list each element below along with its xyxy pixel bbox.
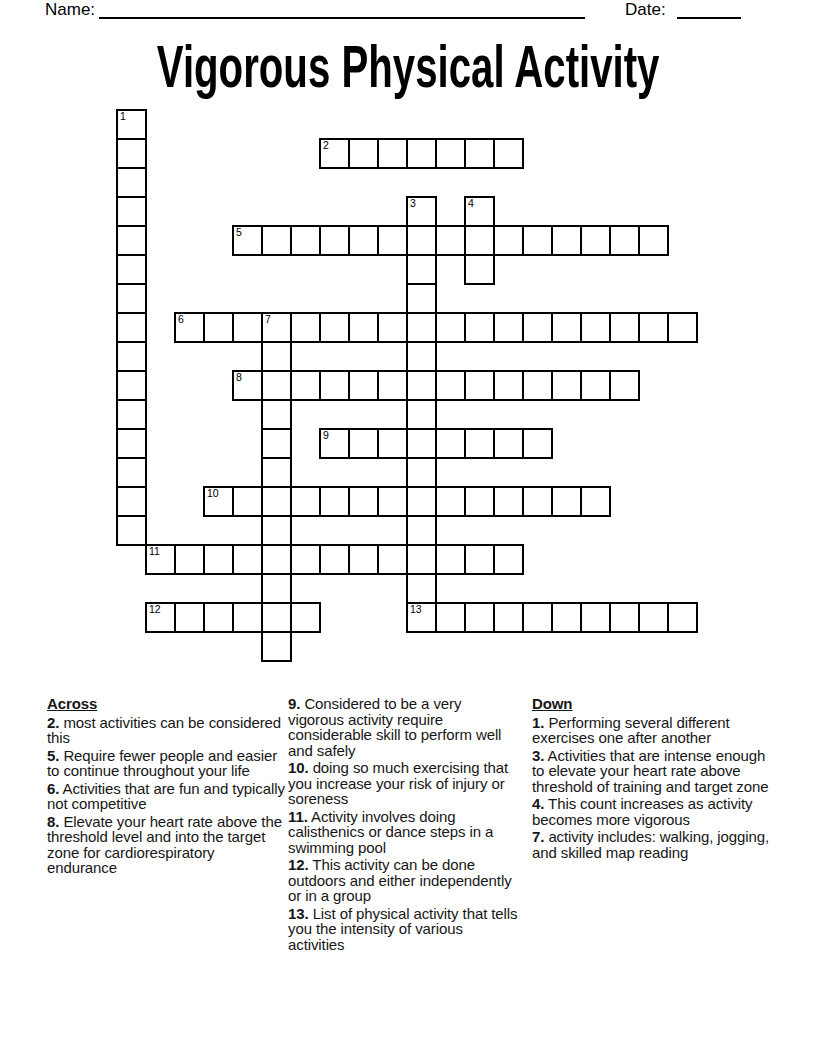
clue-item: 8. Elevate your heart rate above the thr… <box>47 814 285 876</box>
crossword-cell[interactable] <box>609 370 640 401</box>
crossword-cell[interactable] <box>638 225 669 256</box>
crossword-cell[interactable] <box>377 486 408 517</box>
crossword-cell[interactable] <box>261 515 292 546</box>
crossword-cell[interactable] <box>261 370 292 401</box>
clue-item: 4. This count increases as activity beco… <box>532 796 772 827</box>
name-label: Name: <box>45 1 95 19</box>
crossword-cell[interactable] <box>609 225 640 256</box>
crossword-cell[interactable] <box>406 138 437 169</box>
crossword-cell[interactable] <box>464 486 495 517</box>
crossword-cell[interactable]: 2 <box>319 138 350 169</box>
clue-number: 6 <box>178 314 184 325</box>
crossword-cell[interactable] <box>464 544 495 575</box>
crossword-cell[interactable] <box>116 283 147 314</box>
crossword-cell[interactable]: 5 <box>232 225 263 256</box>
crossword-cell[interactable] <box>232 486 263 517</box>
clue-item-number: 6. <box>47 780 59 797</box>
crossword-cell[interactable] <box>406 544 437 575</box>
clue-number: 4 <box>468 198 474 209</box>
crossword-cell[interactable] <box>406 225 437 256</box>
crossword-cell[interactable] <box>406 341 437 372</box>
clue-item-number: 10. <box>288 759 309 776</box>
crossword-cell[interactable] <box>551 486 582 517</box>
clue-item-number: 7. <box>532 828 544 845</box>
worksheet-title-text: Vigorous Physical Activity <box>157 33 660 100</box>
crossword-cell[interactable] <box>116 196 147 227</box>
crossword-cell[interactable] <box>261 428 292 459</box>
crossword-grid: 12313456789101112 <box>117 110 698 662</box>
crossword-cell[interactable] <box>348 428 379 459</box>
crossword-cell[interactable] <box>435 225 466 256</box>
crossword-cell[interactable] <box>319 312 350 343</box>
crossword-cell[interactable] <box>261 631 292 662</box>
crossword-cell[interactable] <box>638 312 669 343</box>
crossword-cell[interactable] <box>348 138 379 169</box>
name-blank-line <box>99 0 585 19</box>
clue-number: 12 <box>149 604 161 615</box>
crossword-cell[interactable] <box>377 138 408 169</box>
clue-number: 1 <box>120 111 126 122</box>
crossword-cell[interactable]: 4 <box>464 196 495 227</box>
crossword-cell[interactable] <box>435 602 466 633</box>
crossword-cell[interactable] <box>319 370 350 401</box>
crossword-cell[interactable] <box>116 428 147 459</box>
crossword-cell[interactable] <box>551 602 582 633</box>
crossword-cell[interactable] <box>435 428 466 459</box>
crossword-cell[interactable] <box>203 312 234 343</box>
across-clues-column: Across 2. most activities can be conside… <box>47 696 285 878</box>
crossword-cell[interactable] <box>406 312 437 343</box>
crossword-cell[interactable] <box>580 312 611 343</box>
crossword-cell[interactable] <box>493 312 524 343</box>
clue-item: 2. most activities can be considered thi… <box>47 715 285 746</box>
crossword-cell[interactable]: 13 <box>406 602 437 633</box>
crossword-cell[interactable] <box>406 254 437 285</box>
crossword-cell[interactable] <box>406 283 437 314</box>
clue-item: 7. activity includes: walking, jogging, … <box>532 829 772 860</box>
crossword-cell[interactable] <box>261 602 292 633</box>
crossword-cell[interactable] <box>261 457 292 488</box>
crossword-cell[interactable] <box>319 225 350 256</box>
clue-item-number: 1. <box>532 714 544 731</box>
across-clues-column-continued: 9. Considered to be a very vigorous acti… <box>288 696 520 954</box>
clue-item-number: 2. <box>47 714 59 731</box>
crossword-cell[interactable] <box>174 602 205 633</box>
crossword-cell[interactable]: 10 <box>203 486 234 517</box>
down-header: Down <box>532 696 772 712</box>
crossword-cell[interactable] <box>406 428 437 459</box>
crossword-cell[interactable]: 1 <box>116 109 147 140</box>
clue-number: 10 <box>207 488 219 499</box>
clue-item: 10. doing so much exercising that you in… <box>288 760 520 807</box>
clue-item: 1. Performing several different exercise… <box>532 715 772 746</box>
clue-item-number: 9. <box>288 695 300 712</box>
crossword-cell[interactable] <box>551 370 582 401</box>
crossword-cell[interactable] <box>116 312 147 343</box>
clue-item: 6. Activities that are fun and typically… <box>47 781 285 812</box>
clue-item-number: 4. <box>532 795 544 812</box>
crossword-cell[interactable] <box>174 544 205 575</box>
crossword-cell[interactable] <box>116 370 147 401</box>
across-header: Across <box>47 696 285 712</box>
crossword-cell[interactable] <box>609 312 640 343</box>
crossword-cell[interactable] <box>580 225 611 256</box>
crossword-cell[interactable] <box>377 312 408 343</box>
crossword-cell[interactable] <box>348 370 379 401</box>
crossword-cell[interactable] <box>435 138 466 169</box>
crossword-cell[interactable] <box>522 312 553 343</box>
crossword-cell[interactable] <box>493 138 524 169</box>
clue-number: 7 <box>265 314 271 325</box>
crossword-cell[interactable] <box>290 370 321 401</box>
crossword-cell[interactable]: 6 <box>174 312 205 343</box>
crossword-cell[interactable] <box>406 370 437 401</box>
crossword-cell[interactable] <box>116 457 147 488</box>
clue-item: 12. This activity can be done outdoors a… <box>288 857 520 904</box>
crossword-cell[interactable] <box>464 138 495 169</box>
crossword-cell[interactable] <box>435 544 466 575</box>
crossword-cell[interactable] <box>116 254 147 285</box>
crossword-cell[interactable] <box>435 486 466 517</box>
clue-number: 2 <box>323 140 329 151</box>
crossword-cell[interactable] <box>406 573 437 604</box>
crossword-cell[interactable] <box>348 544 379 575</box>
crossword-cell[interactable] <box>464 254 495 285</box>
crossword-cell[interactable] <box>522 428 553 459</box>
date-blank-line <box>677 0 741 19</box>
crossword-cell[interactable] <box>377 370 408 401</box>
down-clues-column: Down 1. Performing several different exe… <box>532 696 772 862</box>
crossword-cell[interactable] <box>116 399 147 430</box>
crossword-cell[interactable] <box>116 225 147 256</box>
crossword-cell[interactable] <box>116 486 147 517</box>
crossword-cell[interactable] <box>667 312 698 343</box>
crossword-cell[interactable] <box>377 544 408 575</box>
crossword-cell[interactable] <box>348 225 379 256</box>
crossword-cell[interactable] <box>377 225 408 256</box>
crossword-cell[interactable]: 9 <box>319 428 350 459</box>
crossword-cell[interactable] <box>232 312 263 343</box>
clue-item-number: 13. <box>288 905 309 922</box>
crossword-cell[interactable] <box>290 544 321 575</box>
clue-number: 13 <box>410 604 422 615</box>
clue-item-number: 8. <box>47 813 59 830</box>
crossword-cell[interactable] <box>580 370 611 401</box>
clue-item: 3. Activities that are intense enough to… <box>532 748 772 795</box>
crossword-cell[interactable] <box>580 486 611 517</box>
crossword-cell[interactable]: 7 <box>261 312 292 343</box>
crossword-cell[interactable] <box>522 225 553 256</box>
crossword-cell[interactable] <box>232 544 263 575</box>
crossword-cell[interactable] <box>406 399 437 430</box>
crossword-cell[interactable] <box>261 399 292 430</box>
crossword-cell[interactable] <box>522 370 553 401</box>
crossword-cell[interactable] <box>493 428 524 459</box>
crossword-cell[interactable] <box>493 370 524 401</box>
crossword-cell[interactable] <box>522 602 553 633</box>
clue-item-number: 12. <box>288 856 309 873</box>
clue-number: 11 <box>149 546 160 557</box>
crossword-cell[interactable] <box>464 370 495 401</box>
crossword-cell[interactable] <box>290 486 321 517</box>
crossword-cell[interactable] <box>638 602 669 633</box>
clue-number: 3 <box>410 198 416 209</box>
crossword-cell[interactable] <box>493 602 524 633</box>
worksheet-title: Vigorous Physical Activity <box>0 33 816 100</box>
crossword-cell[interactable] <box>464 312 495 343</box>
crossword-cell[interactable] <box>116 167 147 198</box>
date-label: Date: <box>625 1 666 19</box>
crossword-cell[interactable] <box>609 602 640 633</box>
crossword-cell[interactable] <box>406 515 437 546</box>
clue-item: 13. List of physical activity that tells… <box>288 906 520 953</box>
clue-item-number: 5. <box>47 747 59 764</box>
clue-number: 9 <box>323 430 329 441</box>
crossword-cell[interactable] <box>493 544 524 575</box>
crossword-cell[interactable] <box>290 225 321 256</box>
crossword-cell[interactable]: 8 <box>232 370 263 401</box>
crossword-cell[interactable] <box>348 486 379 517</box>
crossword-cell[interactable] <box>377 428 408 459</box>
crossword-cell[interactable] <box>667 602 698 633</box>
clue-item: 5. Require fewer people and easier to co… <box>47 748 285 779</box>
clue-item: 11. Activity involves doing calisthenics… <box>288 809 520 856</box>
crossword-cell[interactable] <box>261 544 292 575</box>
crossword-cell[interactable] <box>435 312 466 343</box>
crossword-cell[interactable] <box>290 312 321 343</box>
crossword-cell[interactable] <box>319 544 350 575</box>
crossword-cell[interactable] <box>319 486 350 517</box>
crossword-cell[interactable] <box>435 370 466 401</box>
crossword-cell[interactable] <box>261 225 292 256</box>
crossword-cell[interactable] <box>464 225 495 256</box>
crossword-cell[interactable] <box>203 544 234 575</box>
crossword-cell[interactable] <box>348 312 379 343</box>
crossword-cell[interactable] <box>116 341 147 372</box>
crossword-cell[interactable] <box>464 428 495 459</box>
crossword-cell[interactable]: 12 <box>145 602 176 633</box>
clue-item-number: 11. <box>288 808 308 825</box>
crossword-cell[interactable] <box>406 457 437 488</box>
crossword-cell[interactable] <box>232 602 263 633</box>
crossword-cell[interactable] <box>464 602 495 633</box>
crossword-cell[interactable] <box>116 138 147 169</box>
crossword-cell[interactable] <box>522 486 553 517</box>
crossword-cell[interactable] <box>493 486 524 517</box>
crossword-cell[interactable] <box>551 225 582 256</box>
crossword-cell[interactable] <box>290 602 321 633</box>
crossword-cell[interactable] <box>261 573 292 604</box>
crossword-cell[interactable] <box>551 312 582 343</box>
crossword-cell[interactable] <box>116 515 147 546</box>
crossword-cell[interactable] <box>406 486 437 517</box>
clue-number: 5 <box>236 227 242 238</box>
clue-item-number: 3. <box>532 747 544 764</box>
crossword-cell[interactable] <box>261 341 292 372</box>
crossword-cell[interactable]: 3 <box>406 196 437 227</box>
crossword-cell[interactable] <box>203 602 234 633</box>
crossword-cell[interactable]: 11 <box>145 544 176 575</box>
clue-item: 9. Considered to be a very vigorous acti… <box>288 696 520 758</box>
crossword-cell[interactable] <box>493 225 524 256</box>
crossword-cell[interactable] <box>580 602 611 633</box>
clue-number: 8 <box>236 372 242 383</box>
crossword-cell[interactable] <box>261 486 292 517</box>
